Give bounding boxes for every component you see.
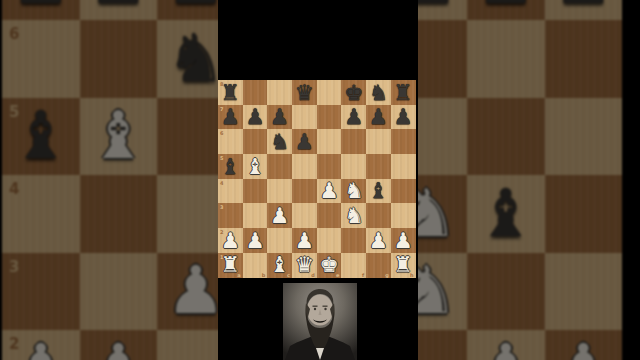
piece-white-knight: ♞ [344,180,363,202]
square-h8: ♜ [391,80,416,105]
rank-label: 8 [220,81,223,87]
square-h6 [545,20,623,98]
square-g5 [467,98,545,176]
piece-black-knight: ♞ [166,26,225,92]
square-h7: ♟ [391,105,416,130]
square-g1: g [366,253,391,278]
square-e1: e♚ [317,253,342,278]
square-h4 [545,175,623,253]
square-a4: 4 [218,179,243,204]
rank-label: 5 [9,103,19,121]
square-h1: h♜ [391,253,416,278]
square-e3 [317,203,342,228]
square-a7: 7♟ [2,0,80,20]
file-label: e [336,272,339,278]
piece-black-bishop: ♝ [476,181,535,247]
square-b2: ♟ [80,330,158,360]
video-content-column: 8♜♛♚♞♜7♟♟♟♟♟♟6♞♟5♝♝4♟♞♝3♟♞2♟♟♟♟♟1a♜bc♝d♛… [218,0,418,360]
rank-label: 2 [9,335,19,353]
brow-right [323,306,328,307]
square-a5: 5♝ [218,154,243,179]
square-g6 [366,129,391,154]
brow-left [313,306,318,307]
square-g2: ♟ [366,228,391,253]
square-f6 [341,129,366,154]
square-e6 [317,129,342,154]
square-e8 [317,80,342,105]
piece-black-pawn: ♟ [476,0,535,14]
square-c7: ♟ [267,105,292,130]
piece-black-knight: ♞ [369,82,388,104]
square-f4: ♞ [341,179,366,204]
square-h4 [391,179,416,204]
piece-white-pawn: ♟ [221,230,240,252]
file-label: h [410,272,414,278]
square-a3: 3 [218,203,243,228]
rank-label: 7 [220,106,223,112]
rank-label: 3 [9,258,19,276]
square-d6: ♟ [292,129,317,154]
piece-black-bishop: ♝ [221,156,240,178]
square-d5 [292,154,317,179]
piece-black-pawn: ♟ [89,0,148,14]
square-b6 [243,129,268,154]
square-b8 [243,80,268,105]
main-chess-board: 8♜♛♚♞♜7♟♟♟♟♟♟6♞♟5♝♝4♟♞♝3♟♞2♟♟♟♟♟1a♜bc♝d♛… [218,80,416,278]
piece-white-pawn: ♟ [11,336,70,360]
square-g5 [366,154,391,179]
file-label: a [237,272,240,278]
square-h6 [391,129,416,154]
square-a6: 6 [2,20,80,98]
square-a2: 2♟ [2,330,80,360]
player-portrait-photo [283,283,357,360]
square-g4: ♝ [467,175,545,253]
piece-white-pawn: ♟ [369,230,388,252]
square-b7: ♟ [243,105,268,130]
square-d7 [292,105,317,130]
file-label: g [385,272,389,278]
piece-white-pawn: ♟ [554,336,613,360]
square-c2 [267,228,292,253]
square-g7: ♟ [366,105,391,130]
square-f7: ♟ [341,105,366,130]
piece-white-knight: ♞ [344,205,363,227]
file-label: b [262,272,266,278]
square-a7: 7♟ [218,105,243,130]
video-frame: 8♜♛♚♞♜7♟♟♟♟♟♟6♞♟5♝♝4♟♞♝3♟♞2♟♟♟♟♟1a♜bc♝d♛… [0,0,640,360]
square-b1: b [243,253,268,278]
square-h5 [545,98,623,176]
square-e2 [317,228,342,253]
rank-label: 3 [220,204,223,210]
piece-black-rook: ♜ [221,82,240,104]
square-c5 [267,154,292,179]
piece-black-rook: ♜ [394,82,413,104]
square-f2 [341,228,366,253]
square-c1: c♝ [267,253,292,278]
piece-white-pawn: ♟ [270,205,289,227]
square-d3 [292,203,317,228]
file-label: c [287,272,290,278]
rank-label: 4 [9,180,19,198]
rank-label: 1 [220,254,223,260]
eye-right [324,308,326,310]
piece-black-pawn: ♟ [166,0,225,14]
rank-label: 6 [9,25,19,43]
rank-label: 6 [220,130,223,136]
square-c8 [267,80,292,105]
square-h7: ♟ [545,0,623,20]
square-a3: 3 [2,253,80,331]
square-e7 [317,105,342,130]
piece-black-pawn: ♟ [394,106,413,128]
square-c4 [267,179,292,204]
piece-white-pawn: ♟ [295,230,314,252]
square-a6: 6 [218,129,243,154]
square-g8: ♞ [366,80,391,105]
square-a2: 2♟ [218,228,243,253]
piece-black-pawn: ♟ [344,106,363,128]
square-g3 [366,203,391,228]
rank-label: 5 [220,155,223,161]
square-b3 [243,203,268,228]
piece-white-bishop: ♝ [245,156,264,178]
square-b5: ♝ [80,98,158,176]
piece-black-pawn: ♟ [270,106,289,128]
piece-white-pawn: ♟ [89,336,148,360]
file-label: f [362,272,364,278]
square-c3: ♟ [267,203,292,228]
piece-white-pawn: ♟ [476,336,535,360]
square-b4 [243,179,268,204]
rank-label: 2 [220,229,223,235]
square-b4 [80,175,158,253]
piece-black-knight: ♞ [270,131,289,153]
piece-black-pawn: ♟ [245,106,264,128]
portrait-illustration [283,283,357,360]
piece-black-pawn: ♟ [221,106,240,128]
square-f8: ♚ [341,80,366,105]
square-h2: ♟ [391,228,416,253]
piece-black-pawn: ♟ [295,131,314,153]
file-label: d [311,272,315,278]
square-h3 [545,253,623,331]
square-f5 [341,154,366,179]
piece-black-pawn: ♟ [369,106,388,128]
square-b3 [80,253,158,331]
piece-white-pawn: ♟ [319,180,338,202]
square-h3 [391,203,416,228]
square-g4: ♝ [366,179,391,204]
rank-label: 4 [220,180,223,186]
square-e5 [317,154,342,179]
piece-black-queen: ♛ [295,82,314,104]
square-b7: ♟ [80,0,158,20]
square-b2: ♟ [243,228,268,253]
piece-black-bishop: ♝ [369,180,388,202]
square-d8: ♛ [292,80,317,105]
square-d1: d♛ [292,253,317,278]
square-g2: ♟ [467,330,545,360]
square-b5: ♝ [243,154,268,179]
piece-white-bishop: ♝ [89,103,148,169]
piece-black-king: ♚ [344,82,363,104]
piece-white-pawn: ♟ [245,230,264,252]
square-d4 [292,179,317,204]
square-h5 [391,154,416,179]
piece-black-pawn: ♟ [554,0,613,14]
square-a1: 1a♜ [218,253,243,278]
square-h2: ♟ [545,330,623,360]
square-e4: ♟ [317,179,342,204]
square-g3 [467,253,545,331]
square-f3: ♞ [341,203,366,228]
square-a8: 8♜ [218,80,243,105]
square-f1: f [341,253,366,278]
square-g7: ♟ [467,0,545,20]
square-b6 [80,20,158,98]
piece-white-pawn: ♟ [394,230,413,252]
square-d2: ♟ [292,228,317,253]
square-g6 [467,20,545,98]
piece-black-bishop: ♝ [11,103,70,169]
eye-left [314,308,316,310]
piece-white-pawn: ♟ [166,258,225,324]
square-a5: 5♝ [2,98,80,176]
piece-black-pawn: ♟ [11,0,70,14]
square-c6: ♞ [267,129,292,154]
square-a4: 4 [2,175,80,253]
